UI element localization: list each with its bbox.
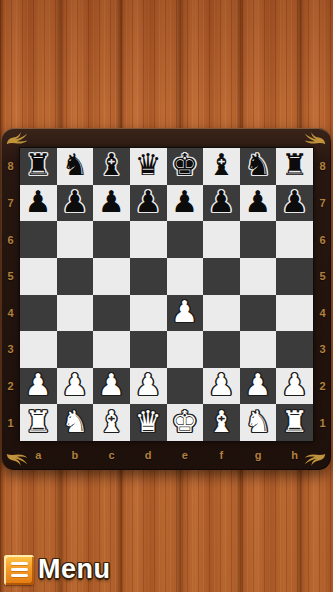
menu-icon-bar (11, 562, 28, 566)
square-d4[interactable] (130, 295, 167, 332)
corner-ornament-icon (303, 131, 327, 146)
piece-black-bishop[interactable]: ♝ (208, 150, 235, 180)
piece-black-rook[interactable]: ♜ (25, 150, 52, 180)
square-c7[interactable]: ♟ (93, 185, 130, 222)
square-a8[interactable]: ♜ (20, 148, 57, 185)
square-g7[interactable]: ♟ (240, 185, 277, 222)
square-d6[interactable] (130, 221, 167, 258)
rank-label: 6 (313, 221, 332, 258)
piece-white-bishop[interactable]: ♝ (98, 407, 125, 437)
square-f5[interactable] (203, 258, 240, 295)
file-label: g (240, 441, 277, 468)
piece-white-knight[interactable]: ♞ (61, 407, 88, 437)
piece-white-rook[interactable]: ♜ (25, 407, 52, 437)
rank-label: 1 (313, 404, 332, 441)
square-d2[interactable]: ♟ (130, 368, 167, 405)
rank-label: 5 (313, 258, 332, 295)
piece-white-bishop[interactable]: ♝ (208, 407, 235, 437)
square-c8[interactable]: ♝ (93, 148, 130, 185)
square-b4[interactable] (57, 295, 94, 332)
square-f6[interactable] (203, 221, 240, 258)
square-a3[interactable] (20, 331, 57, 368)
rank-label: 2 (313, 368, 332, 405)
square-b2[interactable]: ♟ (57, 368, 94, 405)
square-g3[interactable] (240, 331, 277, 368)
square-c2[interactable]: ♟ (93, 368, 130, 405)
square-b8[interactable]: ♞ (57, 148, 94, 185)
square-g6[interactable] (240, 221, 277, 258)
square-g8[interactable]: ♞ (240, 148, 277, 185)
piece-black-bishop[interactable]: ♝ (98, 150, 125, 180)
square-g1[interactable]: ♞ (240, 404, 277, 441)
square-h7[interactable]: ♟ (276, 185, 313, 222)
rank-labels-left: 87654321 (1, 148, 20, 441)
square-f1[interactable]: ♝ (203, 404, 240, 441)
piece-white-queen[interactable]: ♛ (135, 407, 162, 437)
square-d1[interactable]: ♛ (130, 404, 167, 441)
piece-black-queen[interactable]: ♛ (135, 150, 162, 180)
chess-board: 87654321 87654321 abcdefgh ♜♞♝♛♚♝♞♜♟♟♟♟♟… (1, 128, 331, 470)
piece-white-pawn[interactable]: ♟ (245, 370, 272, 400)
square-e1[interactable]: ♚ (167, 404, 204, 441)
piece-black-pawn[interactable]: ♟ (208, 187, 235, 217)
square-e5[interactable] (167, 258, 204, 295)
piece-black-pawn[interactable]: ♟ (171, 187, 198, 217)
square-f4[interactable] (203, 295, 240, 332)
rank-labels-right: 87654321 (313, 148, 332, 441)
square-b7[interactable]: ♟ (57, 185, 94, 222)
rank-label: 8 (313, 148, 332, 185)
square-f7[interactable]: ♟ (203, 185, 240, 222)
square-b3[interactable] (57, 331, 94, 368)
square-c3[interactable] (93, 331, 130, 368)
rank-label: 5 (1, 258, 20, 295)
corner-ornament-icon (5, 131, 29, 146)
square-d3[interactable] (130, 331, 167, 368)
piece-black-knight[interactable]: ♞ (61, 150, 88, 180)
square-a6[interactable] (20, 221, 57, 258)
rank-label: 6 (1, 221, 20, 258)
hamburger-menu-icon[interactable] (4, 555, 34, 585)
square-h5[interactable] (276, 258, 313, 295)
square-h4[interactable] (276, 295, 313, 332)
square-e2[interactable] (167, 368, 204, 405)
board-grid: ♜♞♝♛♚♝♞♜♟♟♟♟♟♟♟♟♟♟♟♟♟♟♟♟♜♞♝♛♚♝♞♜ (20, 148, 313, 441)
rank-label: 2 (1, 368, 20, 405)
square-f8[interactable]: ♝ (203, 148, 240, 185)
piece-white-king[interactable]: ♚ (171, 407, 198, 437)
square-b6[interactable] (57, 221, 94, 258)
piece-black-pawn[interactable]: ♟ (135, 187, 162, 217)
square-a5[interactable] (20, 258, 57, 295)
rank-label: 3 (1, 331, 20, 368)
square-e6[interactable] (167, 221, 204, 258)
square-g4[interactable] (240, 295, 277, 332)
menu-icon-bar (11, 568, 28, 572)
square-e4[interactable]: ♟ (167, 295, 204, 332)
square-b5[interactable] (57, 258, 94, 295)
piece-white-pawn[interactable]: ♟ (98, 370, 125, 400)
square-f2[interactable]: ♟ (203, 368, 240, 405)
piece-white-pawn[interactable]: ♟ (135, 370, 162, 400)
piece-black-king[interactable]: ♚ (171, 150, 198, 180)
rank-label: 8 (1, 148, 20, 185)
piece-black-knight[interactable]: ♞ (245, 150, 272, 180)
file-label: c (93, 441, 130, 468)
piece-white-pawn[interactable]: ♟ (281, 370, 308, 400)
square-e7[interactable]: ♟ (167, 185, 204, 222)
menu-icon-bar (11, 574, 28, 578)
square-d7[interactable]: ♟ (130, 185, 167, 222)
piece-black-pawn[interactable]: ♟ (281, 187, 308, 217)
square-a4[interactable] (20, 295, 57, 332)
piece-white-knight[interactable]: ♞ (245, 407, 272, 437)
square-c1[interactable]: ♝ (93, 404, 130, 441)
square-c4[interactable] (93, 295, 130, 332)
square-h2[interactable]: ♟ (276, 368, 313, 405)
piece-white-pawn[interactable]: ♟ (25, 370, 52, 400)
piece-black-rook[interactable]: ♜ (281, 150, 308, 180)
rank-label: 7 (313, 185, 332, 222)
piece-white-pawn[interactable]: ♟ (171, 297, 198, 327)
square-b1[interactable]: ♞ (57, 404, 94, 441)
file-label: e (167, 441, 204, 468)
file-label: h (276, 441, 313, 468)
piece-white-rook[interactable]: ♜ (281, 407, 308, 437)
square-a7[interactable]: ♟ (20, 185, 57, 222)
square-d5[interactable] (130, 258, 167, 295)
file-label: b (57, 441, 94, 468)
piece-black-pawn[interactable]: ♟ (245, 187, 272, 217)
menu-button[interactable]: Menu (4, 554, 111, 585)
square-h6[interactable] (276, 221, 313, 258)
file-label: f (203, 441, 240, 468)
square-c5[interactable] (93, 258, 130, 295)
piece-white-pawn[interactable]: ♟ (208, 370, 235, 400)
piece-white-pawn[interactable]: ♟ (61, 370, 88, 400)
square-d8[interactable]: ♛ (130, 148, 167, 185)
square-h8[interactable]: ♜ (276, 148, 313, 185)
piece-black-pawn[interactable]: ♟ (25, 187, 52, 217)
square-g2[interactable]: ♟ (240, 368, 277, 405)
square-a1[interactable]: ♜ (20, 404, 57, 441)
menu-button-label: Menu (38, 554, 111, 585)
square-c6[interactable] (93, 221, 130, 258)
square-e3[interactable] (167, 331, 204, 368)
square-a2[interactable]: ♟ (20, 368, 57, 405)
rank-label: 3 (313, 331, 332, 368)
square-f3[interactable] (203, 331, 240, 368)
rank-label: 4 (313, 295, 332, 332)
piece-black-pawn[interactable]: ♟ (61, 187, 88, 217)
square-h3[interactable] (276, 331, 313, 368)
square-h1[interactable]: ♜ (276, 404, 313, 441)
rank-label: 1 (1, 404, 20, 441)
file-label: d (130, 441, 167, 468)
rank-label: 4 (1, 295, 20, 332)
piece-black-pawn[interactable]: ♟ (98, 187, 125, 217)
file-labels-bottom: abcdefgh (20, 441, 313, 468)
rank-label: 7 (1, 185, 20, 222)
square-e8[interactable]: ♚ (167, 148, 204, 185)
square-g5[interactable] (240, 258, 277, 295)
file-label: a (20, 441, 57, 468)
